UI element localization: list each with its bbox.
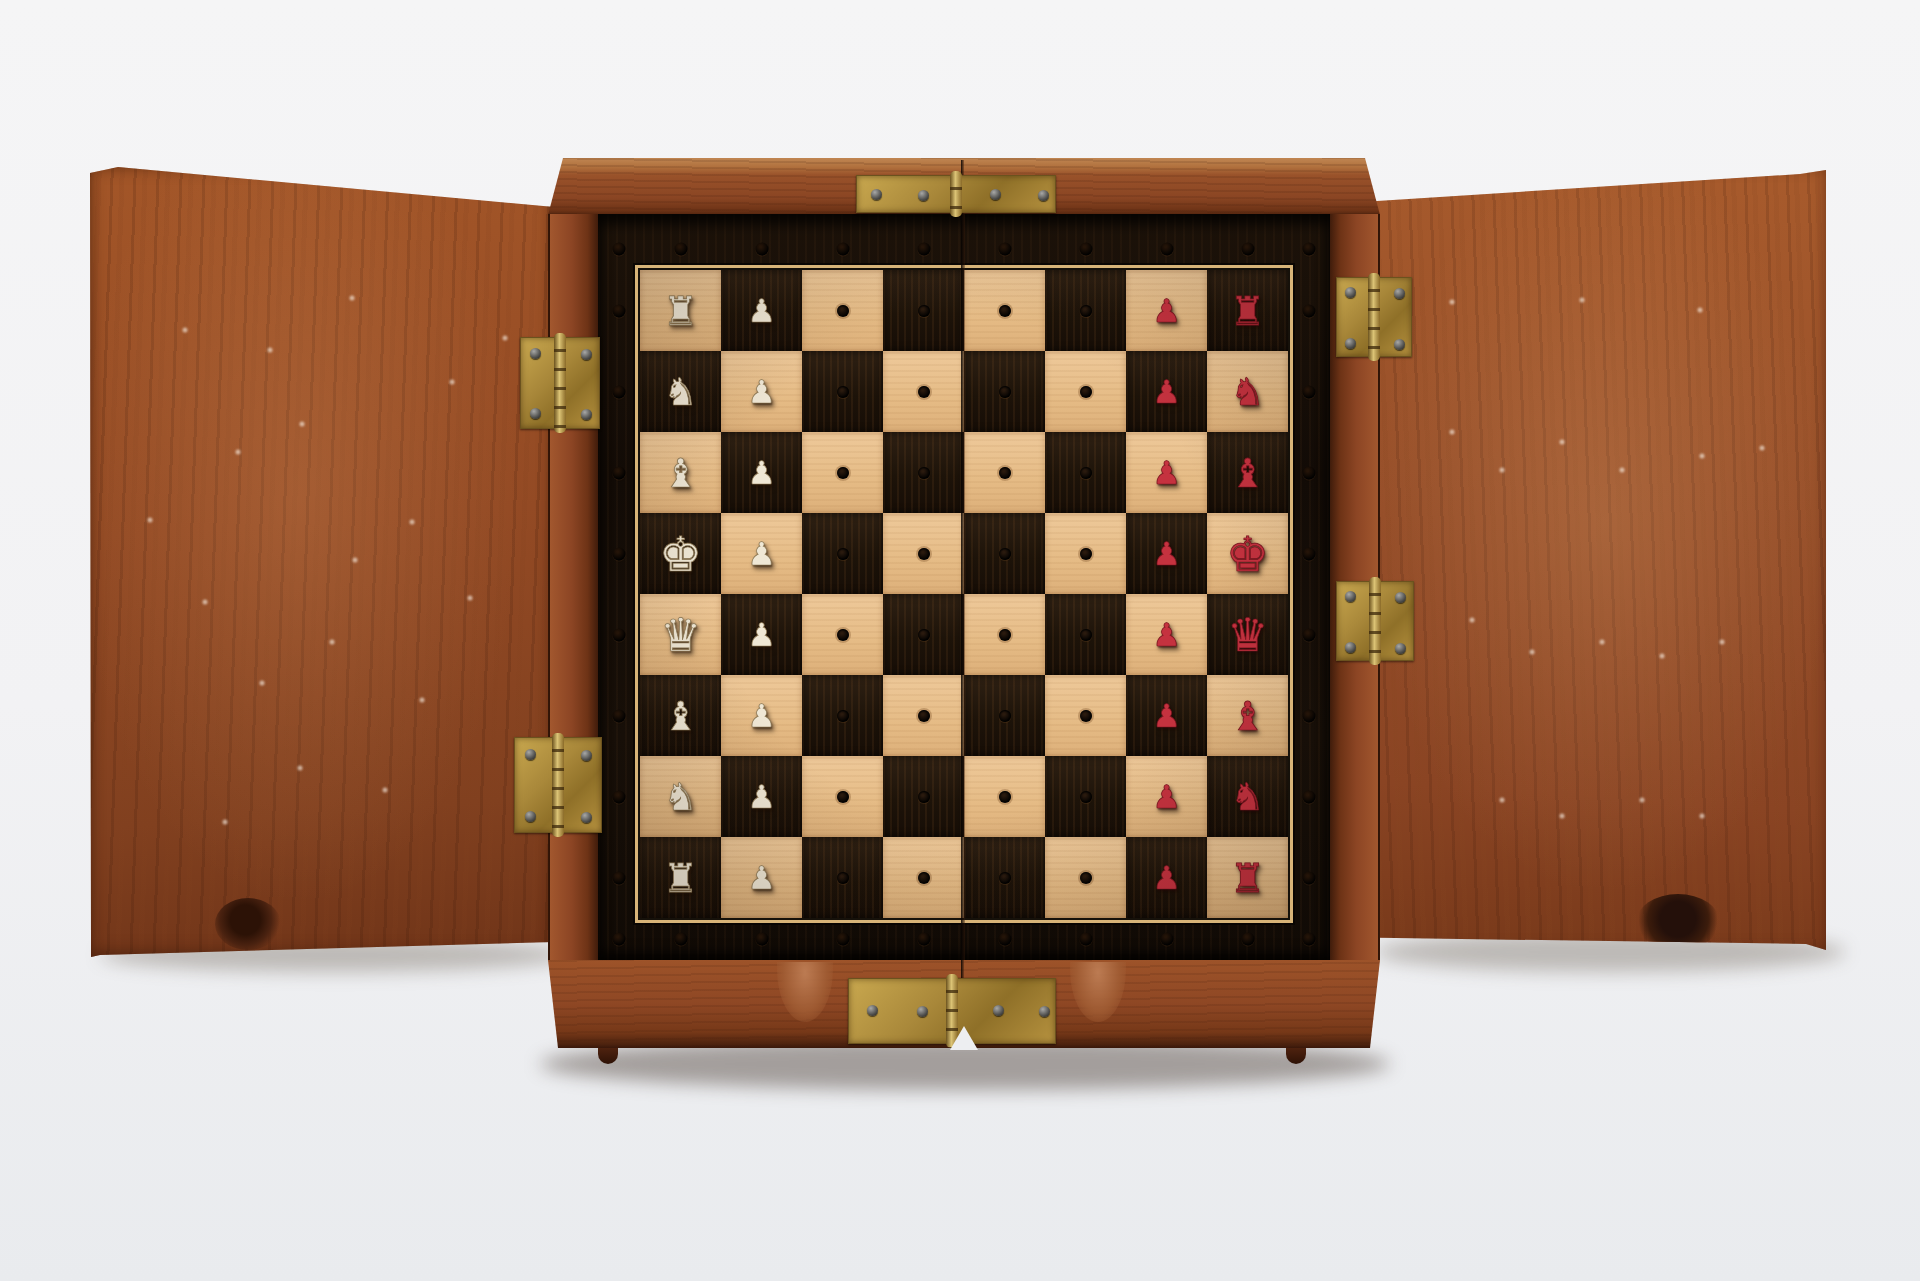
white-pawn-g2[interactable]: ♟ <box>747 376 776 408</box>
peg-hole <box>613 547 626 560</box>
square-e5[interactable] <box>964 513 1045 594</box>
peg-hole <box>1303 628 1316 641</box>
square-h4[interactable] <box>883 270 964 351</box>
square-d2[interactable]: ♟ <box>721 594 802 675</box>
peg-hole <box>836 243 849 256</box>
white-queen-d1[interactable]: ♛ <box>660 612 701 658</box>
peg-hole <box>613 933 626 946</box>
square-a8[interactable]: ♜ <box>1207 837 1288 918</box>
square-f2[interactable]: ♟ <box>721 432 802 513</box>
square-h2[interactable]: ♟ <box>721 270 802 351</box>
square-f4[interactable] <box>883 432 964 513</box>
square-b7[interactable]: ♟ <box>1126 756 1207 837</box>
hinge-knuckle <box>950 171 962 217</box>
peg-hole <box>1303 871 1316 884</box>
bottom-fold-hinge <box>848 978 1056 1044</box>
square-e3[interactable] <box>802 513 883 594</box>
hinge-screw <box>581 812 592 823</box>
square-f1[interactable]: ♝ <box>640 432 721 513</box>
dust-speck <box>1560 440 1565 445</box>
hinge-screw <box>1345 642 1356 653</box>
left-door-knot <box>215 898 281 950</box>
square-f8[interactable]: ♝ <box>1207 432 1288 513</box>
square-d5[interactable] <box>964 594 1045 675</box>
square-d6[interactable] <box>1045 594 1126 675</box>
peg-hole <box>998 243 1011 256</box>
red-knight-g8[interactable]: ♞ <box>1230 373 1264 411</box>
white-knight-g1[interactable]: ♞ <box>663 373 697 411</box>
square-h8[interactable]: ♜ <box>1207 270 1288 351</box>
top-fold-hinge <box>856 175 1056 213</box>
dust-speck <box>1700 454 1705 459</box>
peg-hole <box>613 709 626 722</box>
dust-speck <box>223 820 228 825</box>
dust-speck <box>410 520 415 525</box>
dust-speck <box>330 640 335 645</box>
square-g5[interactable] <box>964 351 1045 432</box>
square-f5[interactable] <box>964 432 1045 513</box>
white-pawn-h2[interactable]: ♟ <box>747 295 776 327</box>
hinge-knuckle <box>1369 577 1381 665</box>
peg-hole <box>1303 547 1316 560</box>
square-f7[interactable]: ♟ <box>1126 432 1207 513</box>
hinge-screw <box>1394 339 1405 350</box>
white-pawn-d2[interactable]: ♟ <box>747 619 776 651</box>
hinge-knuckle <box>552 733 564 837</box>
square-d3[interactable] <box>802 594 883 675</box>
white-pawn-f2[interactable]: ♟ <box>747 457 776 489</box>
peg-hole <box>1303 385 1316 398</box>
case-left-wall <box>548 214 598 960</box>
hinge-screw <box>530 408 541 419</box>
hinge-screw <box>1345 287 1356 298</box>
right-door-top-hinge <box>1336 277 1412 357</box>
red-pawn-c7[interactable]: ♟ <box>1152 700 1181 732</box>
right-door-knot <box>1636 894 1720 950</box>
dust-speck <box>1600 640 1605 645</box>
red-pawn-d7[interactable]: ♟ <box>1152 619 1181 651</box>
square-e1[interactable]: ♚ <box>640 513 721 594</box>
hinge-knuckle <box>554 333 566 433</box>
square-a4[interactable] <box>883 837 964 918</box>
dust-speck <box>353 558 358 563</box>
square-g2[interactable]: ♟ <box>721 351 802 432</box>
dust-speck <box>298 766 303 771</box>
dust-speck <box>1640 798 1645 803</box>
red-bishop-f8[interactable]: ♝ <box>1230 453 1266 493</box>
dust-speck <box>1660 654 1665 659</box>
peg-hole <box>613 304 626 317</box>
hinge-knuckle <box>1368 273 1380 361</box>
red-king-e8[interactable]: ♚ <box>1226 530 1269 578</box>
white-knight-b1[interactable]: ♞ <box>663 778 697 816</box>
square-a1[interactable]: ♜ <box>640 837 721 918</box>
red-knight-b8[interactable]: ♞ <box>1230 778 1264 816</box>
peg-hole <box>1303 466 1316 479</box>
square-e8[interactable]: ♚ <box>1207 513 1288 594</box>
square-g4[interactable] <box>883 351 964 432</box>
hinge-screw <box>1345 591 1356 602</box>
dust-speck <box>1450 300 1455 305</box>
peg-hole <box>613 790 626 803</box>
peg-hole <box>613 871 626 884</box>
square-a7[interactable]: ♟ <box>1126 837 1207 918</box>
square-h1[interactable]: ♜ <box>640 270 721 351</box>
square-c1[interactable]: ♝ <box>640 675 721 756</box>
square-b8[interactable]: ♞ <box>1207 756 1288 837</box>
square-c7[interactable]: ♟ <box>1126 675 1207 756</box>
square-c4[interactable] <box>883 675 964 756</box>
left-door-top-hinge <box>520 337 600 429</box>
hinge-screw <box>525 811 536 822</box>
square-a5[interactable] <box>964 837 1045 918</box>
square-b4[interactable] <box>883 756 964 837</box>
peg-hole <box>755 933 768 946</box>
square-b3[interactable] <box>802 756 883 837</box>
peg-hole <box>755 243 768 256</box>
white-rook-h1[interactable]: ♜ <box>663 291 699 331</box>
white-pawn-b2[interactable]: ♟ <box>747 781 776 813</box>
square-d7[interactable]: ♟ <box>1126 594 1207 675</box>
peg-hole <box>1241 243 1254 256</box>
dust-speck <box>1560 814 1565 819</box>
red-pawn-b7[interactable]: ♟ <box>1152 781 1181 813</box>
peg-hole <box>1303 304 1316 317</box>
peg-hole <box>613 466 626 479</box>
square-c8[interactable]: ♝ <box>1207 675 1288 756</box>
peg-hole <box>613 243 626 256</box>
peg-hole <box>1160 243 1173 256</box>
square-c3[interactable] <box>802 675 883 756</box>
peg-hole <box>674 243 687 256</box>
square-b1[interactable]: ♞ <box>640 756 721 837</box>
dust-speck <box>236 450 241 455</box>
red-pawn-e7[interactable]: ♟ <box>1152 538 1181 570</box>
peg-hole <box>1303 790 1316 803</box>
dust-speck <box>420 698 425 703</box>
square-f3[interactable] <box>802 432 883 513</box>
square-d4[interactable] <box>883 594 964 675</box>
hinge-screw <box>525 749 536 760</box>
red-pawn-g7[interactable]: ♟ <box>1152 376 1181 408</box>
square-a3[interactable] <box>802 837 883 918</box>
square-e2[interactable]: ♟ <box>721 513 802 594</box>
hinge-screw <box>917 1006 928 1017</box>
dust-speck <box>450 380 455 385</box>
dust-speck <box>1500 798 1505 803</box>
dust-speck <box>183 328 188 333</box>
square-b2[interactable]: ♟ <box>721 756 802 837</box>
square-b5[interactable] <box>964 756 1045 837</box>
white-pawn-e2[interactable]: ♟ <box>747 538 776 570</box>
dust-speck <box>1720 640 1725 645</box>
hinge-screw <box>581 409 592 420</box>
hinge-screw <box>1038 190 1049 201</box>
dust-speck <box>468 596 473 601</box>
hinge-screw <box>1395 592 1406 603</box>
dust-speck <box>1760 446 1765 451</box>
square-h3[interactable] <box>802 270 883 351</box>
square-c2[interactable]: ♟ <box>721 675 802 756</box>
peg-hole <box>613 628 626 641</box>
hinge-screw <box>581 349 592 360</box>
square-e4[interactable] <box>883 513 964 594</box>
red-pawn-a7[interactable]: ♟ <box>1152 862 1181 894</box>
square-e6[interactable] <box>1045 513 1126 594</box>
peg-hole <box>674 933 687 946</box>
dust-speck <box>148 518 153 523</box>
dust-speck <box>503 336 508 341</box>
square-c5[interactable] <box>964 675 1045 756</box>
red-pawn-f7[interactable]: ♟ <box>1152 457 1181 489</box>
right-door-bottom-hinge <box>1336 581 1414 661</box>
peg-hole <box>1303 709 1316 722</box>
hinge-screw <box>990 189 1001 200</box>
hinge-screw <box>867 1005 878 1016</box>
white-rook-a1[interactable]: ♜ <box>663 858 699 898</box>
square-b6[interactable] <box>1045 756 1126 837</box>
white-bishop-f1[interactable]: ♝ <box>663 453 699 493</box>
dust-speck <box>1450 430 1455 435</box>
peg-hole <box>998 933 1011 946</box>
hinge-screw <box>1394 288 1405 299</box>
square-g7[interactable]: ♟ <box>1126 351 1207 432</box>
board-fold-seam <box>961 214 965 960</box>
square-f6[interactable] <box>1045 432 1126 513</box>
hinge-screw <box>1345 338 1356 349</box>
square-h5[interactable] <box>964 270 1045 351</box>
square-h7[interactable]: ♟ <box>1126 270 1207 351</box>
dust-speck <box>350 296 355 301</box>
left-door-bottom-hinge <box>514 737 602 833</box>
left-door <box>88 163 554 963</box>
square-g8[interactable]: ♞ <box>1207 351 1288 432</box>
square-c6[interactable] <box>1045 675 1126 756</box>
dust-speck <box>203 600 208 605</box>
hinge-screw <box>1039 1006 1050 1017</box>
square-h6[interactable] <box>1045 270 1126 351</box>
peg-hole <box>1303 933 1316 946</box>
peg-hole <box>1303 243 1316 256</box>
dust-speck <box>1700 814 1705 819</box>
dust-speck <box>383 788 388 793</box>
hinge-screw <box>918 190 929 201</box>
peg-hole <box>1079 243 1092 256</box>
square-g3[interactable] <box>802 351 883 432</box>
red-pawn-h7[interactable]: ♟ <box>1152 295 1181 327</box>
white-pawn-a2[interactable]: ♟ <box>747 862 776 894</box>
white-king-e1[interactable]: ♚ <box>659 530 702 578</box>
square-g1[interactable]: ♞ <box>640 351 721 432</box>
dust-speck <box>1500 468 1505 473</box>
dust-speck <box>260 681 265 686</box>
square-e7[interactable]: ♟ <box>1126 513 1207 594</box>
square-a6[interactable] <box>1045 837 1126 918</box>
hinge-screw <box>993 1005 1004 1016</box>
square-g6[interactable] <box>1045 351 1126 432</box>
hinge-knuckle <box>946 974 958 1048</box>
peg-hole <box>1079 933 1092 946</box>
hinge-screw <box>530 348 541 359</box>
red-rook-h8[interactable]: ♜ <box>1230 291 1266 331</box>
peg-hole <box>1241 933 1254 946</box>
dust-speck <box>1580 298 1585 303</box>
dust-speck <box>300 422 305 427</box>
dust-speck <box>268 348 273 353</box>
hinge-screw <box>871 189 882 200</box>
red-bishop-c8[interactable]: ♝ <box>1230 696 1266 736</box>
hinge-screw <box>1395 643 1406 654</box>
square-a2[interactable]: ♟ <box>721 837 802 918</box>
red-rook-a8[interactable]: ♜ <box>1230 858 1266 898</box>
peg-hole <box>836 933 849 946</box>
peg-hole <box>1160 933 1173 946</box>
dust-speck <box>1620 468 1625 473</box>
dust-speck <box>1530 650 1535 655</box>
dust-speck <box>1470 618 1475 623</box>
peg-hole <box>613 385 626 398</box>
white-bishop-c1[interactable]: ♝ <box>663 696 699 736</box>
red-queen-d8[interactable]: ♛ <box>1227 612 1268 658</box>
photo-scene: ♜♟♟♜♞♟♟♞♝♟♟♝♚♟♟♚♛♟♟♛♝♟♟♝♞♟♟♞♜♟♟♜ <box>0 0 1920 1281</box>
square-d1[interactable]: ♛ <box>640 594 721 675</box>
dust-speck <box>1698 308 1703 313</box>
white-pawn-c2[interactable]: ♟ <box>747 700 776 732</box>
hinge-screw <box>581 750 592 761</box>
peg-hole <box>917 243 930 256</box>
peg-hole <box>917 933 930 946</box>
square-d8[interactable]: ♛ <box>1207 594 1288 675</box>
